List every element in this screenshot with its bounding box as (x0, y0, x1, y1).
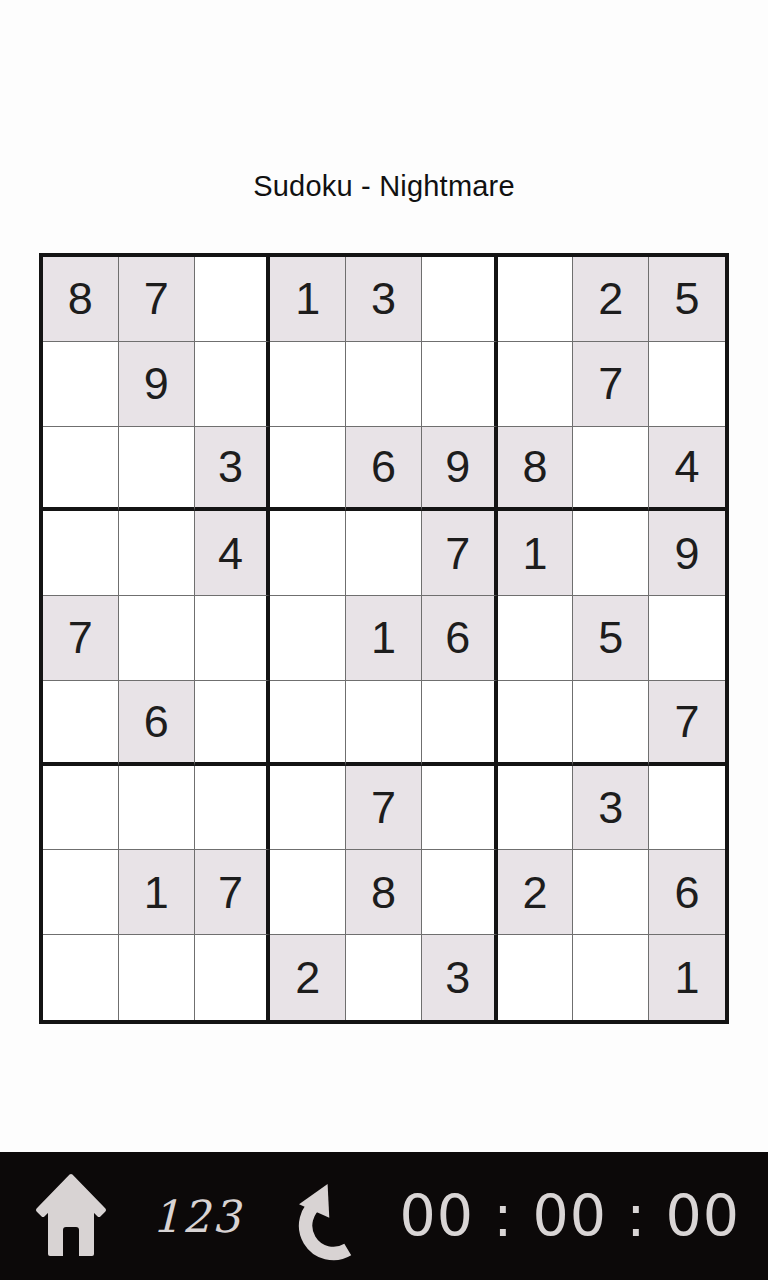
sudoku-cell-r1c4[interactable]: 1 (270, 257, 346, 342)
sudoku-cell-r8c1[interactable] (43, 850, 119, 935)
sudoku-cell-r2c1[interactable] (43, 342, 119, 427)
sudoku-cell-r9c3[interactable] (195, 935, 271, 1020)
sudoku-cell-r2c9[interactable] (649, 342, 725, 427)
sudoku-cell-r8c2[interactable]: 1 (119, 850, 195, 935)
sudoku-cell-r1c2[interactable]: 7 (119, 257, 195, 342)
sudoku-cell-r5c7[interactable] (498, 596, 574, 681)
sudoku-cell-r5c3[interactable] (195, 596, 271, 681)
sudoku-cell-r7c5[interactable]: 7 (346, 766, 422, 851)
sudoku-cell-r6c9[interactable]: 7 (649, 681, 725, 766)
sudoku-cell-r9c5[interactable] (346, 935, 422, 1020)
sudoku-cell-r5c2[interactable] (119, 596, 195, 681)
sudoku-cell-r6c2[interactable]: 6 (119, 681, 195, 766)
sudoku-cell-r3c6[interactable]: 9 (422, 427, 498, 512)
sudoku-cell-r6c3[interactable] (195, 681, 271, 766)
sudoku-cell-r8c5[interactable]: 8 (346, 850, 422, 935)
sudoku-cell-r5c1[interactable]: 7 (43, 596, 119, 681)
sudoku-cell-r4c4[interactable] (270, 511, 346, 596)
page-title: Sudoku - Nightmare (0, 170, 768, 203)
home-icon (34, 1172, 108, 1260)
sudoku-cell-r1c9[interactable]: 5 (649, 257, 725, 342)
sudoku-cell-r7c4[interactable] (270, 766, 346, 851)
sudoku-cell-r6c1[interactable] (43, 681, 119, 766)
sudoku-cell-r6c4[interactable] (270, 681, 346, 766)
sudoku-cell-r8c3[interactable]: 7 (195, 850, 271, 935)
sudoku-cell-r2c6[interactable] (422, 342, 498, 427)
sudoku-cell-r3c9[interactable]: 4 (649, 427, 725, 512)
home-button[interactable] (34, 1172, 108, 1260)
sudoku-cell-r6c5[interactable] (346, 681, 422, 766)
undo-icon (294, 1170, 378, 1262)
sudoku-cell-r1c1[interactable]: 8 (43, 257, 119, 342)
sudoku-cell-r2c4[interactable] (270, 342, 346, 427)
sudoku-cell-r4c5[interactable] (346, 511, 422, 596)
sudoku-cell-r1c5[interactable]: 3 (346, 257, 422, 342)
sudoku-cell-r2c3[interactable] (195, 342, 271, 427)
sudoku-cell-r3c7[interactable]: 8 (498, 427, 574, 512)
sudoku-cell-r5c9[interactable] (649, 596, 725, 681)
sudoku-cell-r2c7[interactable] (498, 342, 574, 427)
sudoku-cell-r5c4[interactable] (270, 596, 346, 681)
sudoku-cell-r9c1[interactable] (43, 935, 119, 1020)
sudoku-cell-r9c6[interactable]: 3 (422, 935, 498, 1020)
sudoku-cell-r4c9[interactable]: 9 (649, 511, 725, 596)
sudoku-cell-r6c7[interactable] (498, 681, 574, 766)
bottom-toolbar: 123 00 : 00 : 00 (0, 1152, 768, 1280)
sudoku-cell-r1c7[interactable] (498, 257, 574, 342)
sudoku-cell-r4c6[interactable]: 7 (422, 511, 498, 596)
sudoku-cell-r4c8[interactable] (573, 511, 649, 596)
sudoku-cell-r7c6[interactable] (422, 766, 498, 851)
sudoku-cell-r1c8[interactable]: 2 (573, 257, 649, 342)
sudoku-cell-r7c7[interactable] (498, 766, 574, 851)
sudoku-cell-r2c8[interactable]: 7 (573, 342, 649, 427)
sudoku-cell-r8c4[interactable] (270, 850, 346, 935)
sudoku-cell-r3c3[interactable]: 3 (195, 427, 271, 512)
sudoku-cell-r8c6[interactable] (422, 850, 498, 935)
sudoku-cell-r3c5[interactable]: 6 (346, 427, 422, 512)
sudoku-cell-r5c5[interactable]: 1 (346, 596, 422, 681)
sudoku-cell-r6c8[interactable] (573, 681, 649, 766)
sudoku-cell-r4c7[interactable]: 1 (498, 511, 574, 596)
sudoku-cell-r9c7[interactable] (498, 935, 574, 1020)
sudoku-cell-r6c6[interactable] (422, 681, 498, 766)
sudoku-cell-r1c3[interactable] (195, 257, 271, 342)
sudoku-cell-r7c9[interactable] (649, 766, 725, 851)
sudoku-cell-r3c8[interactable] (573, 427, 649, 512)
sudoku-cell-r3c4[interactable] (270, 427, 346, 512)
undo-button[interactable] (294, 1170, 378, 1262)
sudoku-cell-r3c1[interactable] (43, 427, 119, 512)
sudoku-cell-r4c1[interactable] (43, 511, 119, 596)
sudoku-cell-r9c8[interactable] (573, 935, 649, 1020)
sudoku-cell-r9c4[interactable]: 2 (270, 935, 346, 1020)
sudoku-cell-r8c9[interactable]: 6 (649, 850, 725, 935)
sudoku-cell-r7c2[interactable] (119, 766, 195, 851)
sudoku-board: 871325973698447197165677317826231 (39, 253, 729, 1024)
sudoku-cell-r5c6[interactable]: 6 (422, 596, 498, 681)
numpad-button[interactable]: 123 (152, 1191, 242, 1242)
sudoku-cell-r1c6[interactable] (422, 257, 498, 342)
sudoku-cell-r9c2[interactable] (119, 935, 195, 1020)
sudoku-cell-r2c5[interactable] (346, 342, 422, 427)
sudoku-cell-r7c1[interactable] (43, 766, 119, 851)
sudoku-cell-r3c2[interactable] (119, 427, 195, 512)
sudoku-cell-r7c8[interactable]: 3 (573, 766, 649, 851)
sudoku-cell-r9c9[interactable]: 1 (649, 935, 725, 1020)
sudoku-cell-r4c2[interactable] (119, 511, 195, 596)
sudoku-cell-r2c2[interactable]: 9 (119, 342, 195, 427)
sudoku-cell-r7c3[interactable] (195, 766, 271, 851)
sudoku-cell-r8c7[interactable]: 2 (498, 850, 574, 935)
sudoku-cell-r8c8[interactable] (573, 850, 649, 935)
game-timer: 00 : 00 : 00 (400, 1183, 740, 1249)
sudoku-cell-r5c8[interactable]: 5 (573, 596, 649, 681)
sudoku-cell-r4c3[interactable]: 4 (195, 511, 271, 596)
